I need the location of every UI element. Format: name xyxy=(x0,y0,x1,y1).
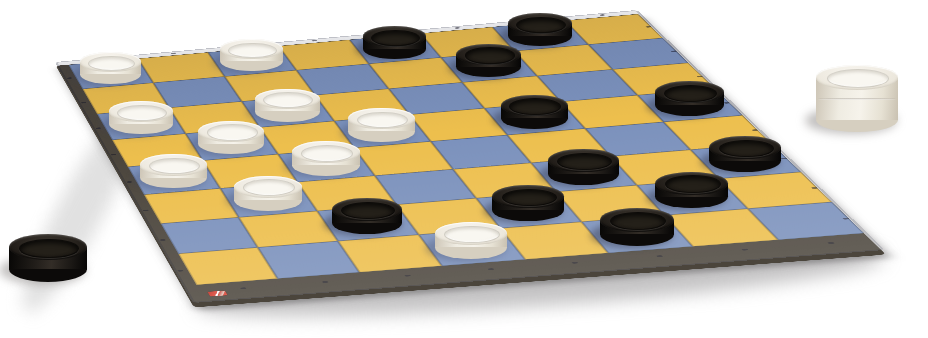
black-man-r5-c5[interactable] xyxy=(548,149,618,185)
white-man-r7-c3[interactable] xyxy=(435,222,507,259)
white-man-r3-c3[interactable] xyxy=(348,108,415,142)
piece-top xyxy=(234,176,302,198)
piece-top xyxy=(80,52,142,72)
checkers-scene xyxy=(0,0,928,338)
piece-ring-groove xyxy=(117,105,166,121)
piece-ring-groove xyxy=(557,153,611,170)
piece-ring-groove xyxy=(719,140,774,158)
white-man-r3-c1[interactable] xyxy=(198,121,264,154)
piece-top xyxy=(9,234,87,260)
piece-top xyxy=(508,13,572,34)
black-man-r0-c4[interactable] xyxy=(363,26,426,58)
white-man-r4-c0[interactable] xyxy=(140,154,206,188)
piece-top xyxy=(198,121,264,142)
piece-top xyxy=(655,172,728,195)
piece-ring-groove xyxy=(341,202,395,219)
piece-ring-groove xyxy=(516,17,566,33)
piece-top xyxy=(655,81,724,103)
piece-top xyxy=(292,141,359,163)
piece-ring-groove xyxy=(88,56,136,71)
piece-top xyxy=(109,101,173,121)
black-man-r7-c5[interactable] xyxy=(600,208,674,245)
piece-ring-groove xyxy=(502,189,557,207)
black-man-r0-c6[interactable] xyxy=(508,13,572,46)
piece-top xyxy=(140,154,206,175)
piece-top xyxy=(816,65,898,90)
black-man-r6-c4[interactable] xyxy=(492,185,563,221)
piece-ring-groove xyxy=(19,239,79,259)
white-man-r5-c1[interactable] xyxy=(234,176,302,211)
piece-ring-groove xyxy=(263,92,313,108)
black-man-r6-c2[interactable] xyxy=(332,198,402,234)
piece-top xyxy=(501,95,569,117)
piece-ring-groove xyxy=(827,69,890,88)
piece-top xyxy=(255,89,320,110)
piece-top xyxy=(600,208,674,232)
black-man-r3-c7[interactable] xyxy=(655,81,724,116)
piece-ring-groove xyxy=(228,43,276,59)
piece-top xyxy=(348,108,415,129)
piece-top xyxy=(709,136,781,159)
white-man-r0-c0[interactable] xyxy=(80,52,142,83)
black-man-r5-c7[interactable] xyxy=(709,136,781,173)
pieces-layer xyxy=(0,0,928,338)
piece-ring-groove xyxy=(664,85,717,102)
piece-ring-groove xyxy=(301,145,353,162)
piece-ring-groove xyxy=(357,112,408,129)
piece-ring-groove xyxy=(207,124,258,140)
black-man-r6-c6[interactable] xyxy=(655,172,728,209)
piece-top xyxy=(363,26,426,46)
piece-ring-groove xyxy=(149,158,200,174)
piece-ring-groove xyxy=(444,226,500,244)
piece-ring-groove xyxy=(243,179,296,196)
piece-top xyxy=(548,149,618,172)
piece-ring-groove xyxy=(665,175,721,193)
piece-top xyxy=(435,222,507,245)
black-man-offboard-left[interactable] xyxy=(9,234,87,282)
white-man-r4-c2[interactable] xyxy=(292,141,359,175)
piece-ring-groove xyxy=(610,212,666,230)
piece-ring-groove xyxy=(465,47,515,63)
white-man-r0-c2[interactable] xyxy=(220,39,283,71)
piece-top xyxy=(332,198,402,220)
white-man-r2-c2[interactable] xyxy=(255,89,320,122)
piece-top xyxy=(456,44,521,65)
piece-top xyxy=(492,185,563,208)
white-man-offboard-right-stack[interactable] xyxy=(816,65,898,132)
stack-seam xyxy=(818,98,897,100)
piece-ring-groove xyxy=(509,98,561,115)
black-man-r1-c5[interactable] xyxy=(456,44,521,77)
black-man-r3-c5[interactable] xyxy=(501,95,569,130)
piece-ring-groove xyxy=(371,30,420,46)
white-man-r2-c0[interactable] xyxy=(109,101,173,134)
